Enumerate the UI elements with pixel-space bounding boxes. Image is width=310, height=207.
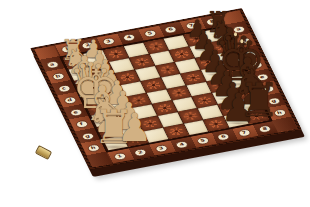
piece-black-rook-h8[interactable]: ♜ (238, 77, 280, 124)
piece-white-pawn-h2[interactable]: ♟ (117, 107, 152, 146)
brass-latch (35, 145, 52, 160)
chess-set-photo: aabbccddeeffgghh1122334455667788 ♜♞♝♛♚♝♞… (0, 0, 310, 207)
black-king-finial (240, 39, 243, 43)
